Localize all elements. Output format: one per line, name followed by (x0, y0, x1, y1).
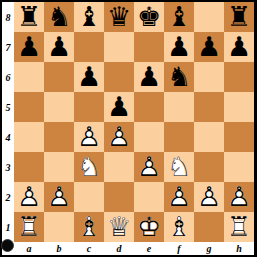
file-label-e: e (134, 242, 164, 255)
square-a2[interactable]: ♟♙ (14, 182, 44, 212)
piece-black-rook[interactable]: ♜ (14, 2, 44, 32)
square-f2[interactable]: ♟♙ (164, 182, 194, 212)
piece-white-pawn[interactable]: ♟♙ (74, 122, 104, 152)
square-g6[interactable] (194, 62, 224, 92)
file-label-a: a (14, 242, 44, 255)
chess-diagram: 87654321 ♜♞♝♛♚♝♜♟♟♟♟♟♟♟♞♟♟♙♟♙♞♘♟♙♞♘♟♙♟♙♟… (0, 0, 257, 257)
square-f7[interactable]: ♟ (164, 32, 194, 62)
board: ♜♞♝♛♚♝♜♟♟♟♟♟♟♟♞♟♟♙♟♙♞♘♟♙♞♘♟♙♟♙♟♙♟♙♟♙♜♖♝♗… (14, 2, 254, 242)
piece-black-pawn[interactable]: ♟ (224, 32, 254, 62)
piece-black-queen[interactable]: ♛ (104, 2, 134, 32)
file-label-b: b (44, 242, 74, 255)
square-g3[interactable] (194, 152, 224, 182)
rank-label-3: 3 (2, 152, 14, 182)
black-to-move-indicator (1, 239, 14, 252)
square-c3[interactable]: ♞♘ (74, 152, 104, 182)
square-b4[interactable] (44, 122, 74, 152)
piece-black-pawn[interactable]: ♟ (104, 92, 134, 122)
square-c5[interactable] (74, 92, 104, 122)
square-g4[interactable] (194, 122, 224, 152)
square-e6[interactable]: ♟ (134, 62, 164, 92)
square-a7[interactable]: ♟ (14, 32, 44, 62)
square-d1[interactable]: ♛♕ (104, 212, 134, 242)
square-e8[interactable]: ♚ (134, 2, 164, 32)
file-label-f: f (164, 242, 194, 255)
square-d8[interactable]: ♛ (104, 2, 134, 32)
square-b6[interactable] (44, 62, 74, 92)
square-e7[interactable] (134, 32, 164, 62)
rank-label-2: 2 (2, 182, 14, 212)
square-g8[interactable] (194, 2, 224, 32)
square-b5[interactable] (44, 92, 74, 122)
file-label-g: g (194, 242, 224, 255)
rank-label-4: 4 (2, 122, 14, 152)
square-b7[interactable]: ♟ (44, 32, 74, 62)
piece-white-pawn[interactable]: ♟♙ (104, 122, 134, 152)
square-d4[interactable]: ♟♙ (104, 122, 134, 152)
file-label-c: c (74, 242, 104, 255)
square-h5[interactable] (224, 92, 254, 122)
square-c1[interactable]: ♝♗ (74, 212, 104, 242)
square-a3[interactable] (14, 152, 44, 182)
piece-white-rook[interactable]: ♜♖ (14, 212, 44, 242)
piece-black-pawn[interactable]: ♟ (74, 62, 104, 92)
file-label-h: h (224, 242, 254, 255)
square-d7[interactable] (104, 32, 134, 62)
square-d5[interactable]: ♟ (104, 92, 134, 122)
square-f3[interactable]: ♞♘ (164, 152, 194, 182)
square-g5[interactable] (194, 92, 224, 122)
square-g7[interactable]: ♟ (194, 32, 224, 62)
square-b1[interactable] (44, 212, 74, 242)
square-h8[interactable]: ♜ (224, 2, 254, 32)
square-f5[interactable] (164, 92, 194, 122)
piece-white-bishop[interactable]: ♝♗ (164, 212, 194, 242)
piece-black-knight[interactable]: ♞ (164, 62, 194, 92)
piece-white-pawn[interactable]: ♟♙ (44, 182, 74, 212)
piece-black-bishop[interactable]: ♝ (74, 2, 104, 32)
square-h1[interactable]: ♜♖ (224, 212, 254, 242)
rank-labels: 87654321 (2, 2, 14, 242)
square-b3[interactable] (44, 152, 74, 182)
piece-white-king[interactable]: ♚♔ (134, 212, 164, 242)
square-f8[interactable]: ♝ (164, 2, 194, 32)
square-d2[interactable] (104, 182, 134, 212)
square-a1[interactable]: ♜♖ (14, 212, 44, 242)
piece-black-king[interactable]: ♚ (134, 2, 164, 32)
piece-white-queen[interactable]: ♛♕ (104, 212, 134, 242)
square-e1[interactable]: ♚♔ (134, 212, 164, 242)
square-h3[interactable] (224, 152, 254, 182)
square-g1[interactable] (194, 212, 224, 242)
piece-black-pawn[interactable]: ♟ (194, 32, 224, 62)
square-g2[interactable]: ♟♙ (194, 182, 224, 212)
piece-white-knight[interactable]: ♞♘ (74, 152, 104, 182)
square-e4[interactable] (134, 122, 164, 152)
piece-white-pawn[interactable]: ♟♙ (134, 152, 164, 182)
square-h7[interactable]: ♟ (224, 32, 254, 62)
square-f1[interactable]: ♝♗ (164, 212, 194, 242)
square-a8[interactable]: ♜ (14, 2, 44, 32)
piece-white-pawn[interactable]: ♟♙ (14, 182, 44, 212)
square-c2[interactable] (74, 182, 104, 212)
piece-white-rook[interactable]: ♜♖ (224, 212, 254, 242)
rank-label-1: 1 (2, 212, 14, 242)
rank-label-5: 5 (2, 92, 14, 122)
square-c7[interactable] (74, 32, 104, 62)
rank-label-6: 6 (2, 62, 14, 92)
piece-black-pawn[interactable]: ♟ (14, 32, 44, 62)
piece-white-pawn[interactable]: ♟♙ (164, 182, 194, 212)
piece-black-pawn[interactable]: ♟ (164, 32, 194, 62)
square-d3[interactable] (104, 152, 134, 182)
square-c6[interactable]: ♟ (74, 62, 104, 92)
diagram-inner: 87654321 ♜♞♝♛♚♝♜♟♟♟♟♟♟♟♞♟♟♙♟♙♞♘♟♙♞♘♟♙♟♙♟… (2, 2, 254, 255)
square-f6[interactable]: ♞ (164, 62, 194, 92)
square-e2[interactable] (134, 182, 164, 212)
square-d6[interactable] (104, 62, 134, 92)
rank-label-7: 7 (2, 32, 14, 62)
piece-black-bishop[interactable]: ♝ (164, 2, 194, 32)
square-h4[interactable] (224, 122, 254, 152)
piece-black-rook[interactable]: ♜ (224, 2, 254, 32)
piece-white-pawn[interactable]: ♟♙ (194, 182, 224, 212)
file-label-d: d (104, 242, 134, 255)
piece-white-pawn[interactable]: ♟♙ (224, 182, 254, 212)
piece-white-bishop[interactable]: ♝♗ (74, 212, 104, 242)
piece-white-knight[interactable]: ♞♘ (164, 152, 194, 182)
square-a6[interactable] (14, 62, 44, 92)
piece-black-knight[interactable]: ♞ (44, 2, 74, 32)
piece-black-pawn[interactable]: ♟ (134, 62, 164, 92)
square-c8[interactable]: ♝ (74, 2, 104, 32)
rank-label-8: 8 (2, 2, 14, 32)
square-b2[interactable]: ♟♙ (44, 182, 74, 212)
piece-black-pawn[interactable]: ♟ (44, 32, 74, 62)
square-h6[interactable] (224, 62, 254, 92)
square-a4[interactable] (14, 122, 44, 152)
square-h2[interactable]: ♟♙ (224, 182, 254, 212)
square-e5[interactable] (134, 92, 164, 122)
square-f4[interactable] (164, 122, 194, 152)
square-b8[interactable]: ♞ (44, 2, 74, 32)
square-a5[interactable] (14, 92, 44, 122)
square-c4[interactable]: ♟♙ (74, 122, 104, 152)
file-labels: abcdefgh (14, 242, 254, 255)
square-e3[interactable]: ♟♙ (134, 152, 164, 182)
